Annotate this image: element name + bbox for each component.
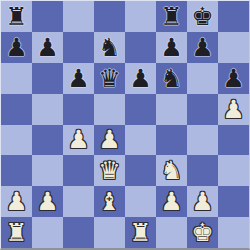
square-a6[interactable] — [1, 63, 32, 94]
square-c5[interactable] — [63, 94, 94, 125]
square-f5[interactable] — [156, 94, 187, 125]
square-e4[interactable] — [125, 125, 156, 156]
square-d5[interactable] — [94, 94, 125, 125]
black-rook[interactable]: ♜ — [160, 4, 182, 29]
square-d8[interactable] — [94, 1, 125, 32]
square-a5[interactable] — [1, 94, 32, 125]
square-h1[interactable] — [218, 217, 249, 248]
square-f4[interactable] — [156, 125, 187, 156]
black-pawn[interactable]: ♟ — [67, 66, 89, 91]
square-g2[interactable]: ♟ — [187, 186, 218, 217]
black-knight[interactable]: ♞ — [98, 35, 120, 60]
square-g6[interactable] — [187, 63, 218, 94]
white-pawn[interactable]: ♟ — [5, 189, 27, 214]
white-queen[interactable]: ♛ — [98, 158, 120, 183]
square-h8[interactable] — [218, 1, 249, 32]
square-e3[interactable] — [125, 155, 156, 186]
square-g4[interactable] — [187, 125, 218, 156]
square-e5[interactable] — [125, 94, 156, 125]
square-c7[interactable] — [63, 32, 94, 63]
square-b1[interactable] — [32, 217, 63, 248]
square-b3[interactable] — [32, 155, 63, 186]
white-knight[interactable]: ♞ — [160, 158, 182, 183]
square-c1[interactable] — [63, 217, 94, 248]
square-h5[interactable]: ♟ — [218, 94, 249, 125]
square-f6[interactable]: ♞ — [156, 63, 187, 94]
black-knight[interactable]: ♞ — [160, 66, 182, 91]
black-pawn[interactable]: ♟ — [5, 35, 27, 60]
square-d7[interactable]: ♞ — [94, 32, 125, 63]
square-a4[interactable] — [1, 125, 32, 156]
square-b5[interactable] — [32, 94, 63, 125]
square-g3[interactable] — [187, 155, 218, 186]
square-e7[interactable] — [125, 32, 156, 63]
white-pawn[interactable]: ♟ — [222, 97, 244, 122]
square-b2[interactable]: ♟ — [32, 186, 63, 217]
square-h4[interactable] — [218, 125, 249, 156]
square-h3[interactable] — [218, 155, 249, 186]
square-f3[interactable]: ♞ — [156, 155, 187, 186]
square-a1[interactable]: ♜ — [1, 217, 32, 248]
square-c2[interactable] — [63, 186, 94, 217]
square-d4[interactable]: ♟ — [94, 125, 125, 156]
white-pawn[interactable]: ♟ — [160, 189, 182, 214]
white-rook[interactable]: ♜ — [5, 220, 27, 245]
black-pawn[interactable]: ♟ — [160, 35, 182, 60]
black-rook[interactable]: ♜ — [5, 4, 27, 29]
chess-board-frame: ♜♜♚♟♟♞♟♟♟♛♟♞♟♟♟♟♛♞♟♟♝♟♟♜♜♚ — [0, 0, 250, 250]
white-king[interactable]: ♚ — [191, 220, 213, 245]
square-g8[interactable]: ♚ — [187, 1, 218, 32]
square-a7[interactable]: ♟ — [1, 32, 32, 63]
square-f7[interactable]: ♟ — [156, 32, 187, 63]
square-d1[interactable] — [94, 217, 125, 248]
white-pawn[interactable]: ♟ — [36, 189, 58, 214]
square-e2[interactable] — [125, 186, 156, 217]
white-pawn[interactable]: ♟ — [98, 127, 120, 152]
square-d3[interactable]: ♛ — [94, 155, 125, 186]
square-e6[interactable]: ♟ — [125, 63, 156, 94]
square-a3[interactable] — [1, 155, 32, 186]
square-b7[interactable]: ♟ — [32, 32, 63, 63]
black-queen[interactable]: ♛ — [98, 66, 120, 91]
square-e1[interactable]: ♜ — [125, 217, 156, 248]
white-pawn[interactable]: ♟ — [191, 189, 213, 214]
square-g1[interactable]: ♚ — [187, 217, 218, 248]
square-f1[interactable] — [156, 217, 187, 248]
square-b4[interactable] — [32, 125, 63, 156]
black-pawn[interactable]: ♟ — [129, 66, 151, 91]
white-bishop[interactable]: ♝ — [98, 189, 120, 214]
chess-board: ♜♜♚♟♟♞♟♟♟♛♟♞♟♟♟♟♛♞♟♟♝♟♟♜♜♚ — [1, 1, 249, 248]
white-pawn[interactable]: ♟ — [67, 127, 89, 152]
square-f2[interactable]: ♟ — [156, 186, 187, 217]
square-h6[interactable]: ♟ — [218, 63, 249, 94]
square-h2[interactable] — [218, 186, 249, 217]
square-c8[interactable] — [63, 1, 94, 32]
square-b8[interactable] — [32, 1, 63, 32]
white-rook[interactable]: ♜ — [129, 220, 151, 245]
square-d6[interactable]: ♛ — [94, 63, 125, 94]
square-a2[interactable]: ♟ — [1, 186, 32, 217]
square-g7[interactable]: ♟ — [187, 32, 218, 63]
black-pawn[interactable]: ♟ — [191, 35, 213, 60]
square-e8[interactable] — [125, 1, 156, 32]
black-pawn[interactable]: ♟ — [222, 66, 244, 91]
square-b6[interactable] — [32, 63, 63, 94]
square-g5[interactable] — [187, 94, 218, 125]
black-king[interactable]: ♚ — [191, 4, 213, 29]
square-f8[interactable]: ♜ — [156, 1, 187, 32]
square-d2[interactable]: ♝ — [94, 186, 125, 217]
square-h7[interactable] — [218, 32, 249, 63]
square-a8[interactable]: ♜ — [1, 1, 32, 32]
black-pawn[interactable]: ♟ — [36, 35, 58, 60]
square-c3[interactable] — [63, 155, 94, 186]
square-c6[interactable]: ♟ — [63, 63, 94, 94]
square-c4[interactable]: ♟ — [63, 125, 94, 156]
